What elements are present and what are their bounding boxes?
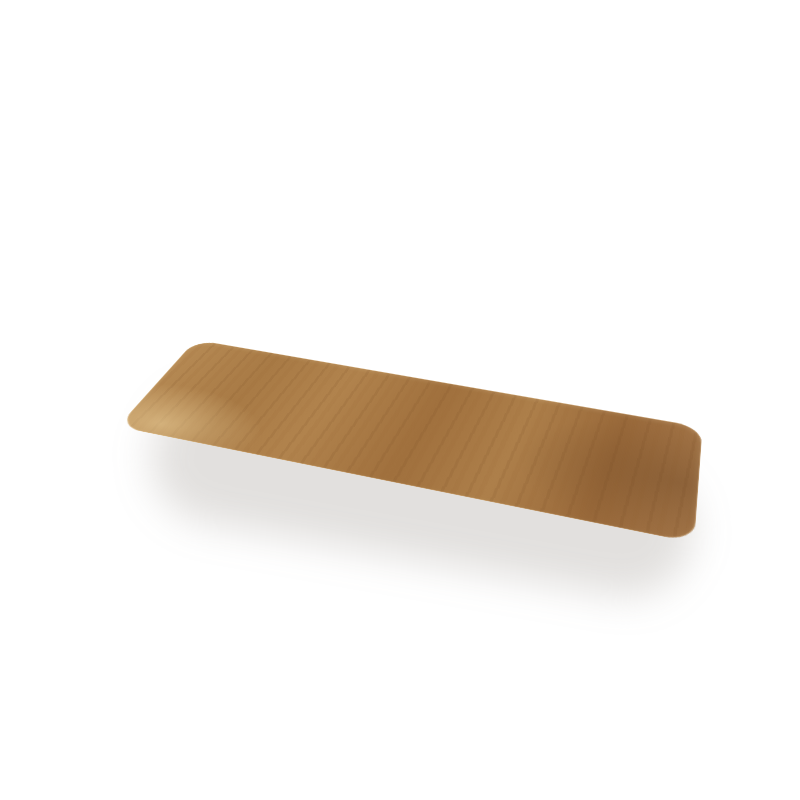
photo-stage <box>0 0 800 800</box>
mancala-board <box>118 340 703 543</box>
board-top-face <box>118 340 703 543</box>
scene <box>0 0 800 800</box>
